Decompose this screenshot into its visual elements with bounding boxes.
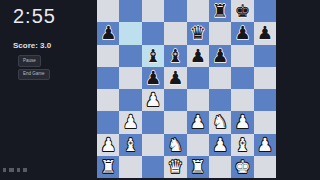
- square-c8[interactable]: [142, 0, 164, 22]
- timer-display: 2:55: [13, 5, 56, 28]
- piece-white-pawn: ♟: [187, 111, 209, 133]
- square-g3[interactable]: ♟: [231, 111, 253, 133]
- end-game-button[interactable]: End Game: [18, 69, 50, 81]
- piece-black-pawn: ♟: [97, 22, 119, 44]
- square-c5[interactable]: ♟: [142, 67, 164, 89]
- square-d6[interactable]: ♝: [164, 45, 186, 67]
- square-g7[interactable]: ♟: [231, 22, 253, 44]
- square-c4[interactable]: ♟: [142, 89, 164, 111]
- square-d2[interactable]: ♞: [164, 134, 186, 156]
- piece-white-pawn: ♟: [97, 134, 119, 156]
- square-g8[interactable]: ♚: [231, 0, 253, 22]
- square-b6[interactable]: [119, 45, 141, 67]
- pause-icon[interactable]: [9, 168, 14, 172]
- square-f4[interactable]: [209, 89, 231, 111]
- square-f6[interactable]: ♟: [209, 45, 231, 67]
- piece-white-pawn: ♟: [231, 111, 253, 133]
- square-e7[interactable]: ♛: [187, 22, 209, 44]
- square-b7[interactable]: [119, 22, 141, 44]
- square-a8[interactable]: [97, 0, 119, 22]
- square-b1[interactable]: [119, 156, 141, 178]
- piece-white-knight: ♞: [164, 134, 186, 156]
- square-c2[interactable]: [142, 134, 164, 156]
- piece-white-bishop: ♝: [231, 134, 253, 156]
- button-column: Pause End Game: [18, 55, 50, 80]
- piece-black-queen: ♛: [187, 22, 209, 44]
- piece-black-bishop: ♝: [164, 45, 186, 67]
- square-a7[interactable]: ♟: [97, 22, 119, 44]
- square-f5[interactable]: [209, 67, 231, 89]
- square-f1[interactable]: [209, 156, 231, 178]
- square-g5[interactable]: [231, 67, 253, 89]
- square-f2[interactable]: ♟: [209, 134, 231, 156]
- square-g6[interactable]: [231, 45, 253, 67]
- square-e5[interactable]: [187, 67, 209, 89]
- square-a5[interactable]: [97, 67, 119, 89]
- piece-white-pawn: ♟: [119, 111, 141, 133]
- square-e2[interactable]: [187, 134, 209, 156]
- square-d4[interactable]: [164, 89, 186, 111]
- piece-white-rook: ♜: [187, 156, 209, 178]
- square-b3[interactable]: ♟: [119, 111, 141, 133]
- square-b5[interactable]: [119, 67, 141, 89]
- square-c1[interactable]: [142, 156, 164, 178]
- piece-white-bishop: ♝: [119, 134, 141, 156]
- piece-black-pawn: ♟: [164, 67, 186, 89]
- square-f8[interactable]: ♜: [209, 0, 231, 22]
- piece-black-king: ♚: [231, 0, 253, 22]
- square-e1[interactable]: ♜: [187, 156, 209, 178]
- square-b8[interactable]: [119, 0, 141, 22]
- square-e8[interactable]: [187, 0, 209, 22]
- square-c3[interactable]: [142, 111, 164, 133]
- piece-black-rook: ♜: [209, 0, 231, 22]
- square-d3[interactable]: [164, 111, 186, 133]
- square-c7[interactable]: [142, 22, 164, 44]
- piece-white-pawn: ♟: [254, 134, 276, 156]
- square-g4[interactable]: [231, 89, 253, 111]
- square-h6[interactable]: [254, 45, 276, 67]
- square-a1[interactable]: ♜: [97, 156, 119, 178]
- square-h4[interactable]: [254, 89, 276, 111]
- square-h5[interactable]: [254, 67, 276, 89]
- square-g1[interactable]: ♚: [231, 156, 253, 178]
- score-label: Score: 3.0: [13, 41, 51, 50]
- square-f3[interactable]: ♞: [209, 111, 231, 133]
- square-b4[interactable]: [119, 89, 141, 111]
- square-h2[interactable]: ♟: [254, 134, 276, 156]
- square-a3[interactable]: [97, 111, 119, 133]
- piece-white-pawn: ♟: [142, 89, 164, 111]
- piece-white-king: ♚: [231, 156, 253, 178]
- piece-black-pawn: ♟: [209, 45, 231, 67]
- piece-white-rook: ♜: [97, 156, 119, 178]
- square-d8[interactable]: [164, 0, 186, 22]
- square-a4[interactable]: [97, 89, 119, 111]
- square-h7[interactable]: ♟: [254, 22, 276, 44]
- square-e4[interactable]: [187, 89, 209, 111]
- square-d5[interactable]: ♟: [164, 67, 186, 89]
- square-e6[interactable]: ♟: [187, 45, 209, 67]
- piece-white-pawn: ♟: [209, 134, 231, 156]
- square-h8[interactable]: [254, 0, 276, 22]
- piece-black-pawn: ♟: [142, 67, 164, 89]
- taskbar: [3, 168, 27, 172]
- pause-button[interactable]: Pause: [18, 55, 41, 67]
- piece-black-bishop: ♝: [142, 45, 164, 67]
- back-icon[interactable]: [3, 168, 6, 172]
- chess-board: ♜♚♟♛♟♟♝♝♟♟♟♟♟♟♟♞♟♟♝♞♟♝♟♜♛♜♚: [97, 0, 276, 178]
- play-icon[interactable]: [17, 168, 20, 172]
- square-a2[interactable]: ♟: [97, 134, 119, 156]
- square-d7[interactable]: [164, 22, 186, 44]
- square-g2[interactable]: ♝: [231, 134, 253, 156]
- square-e3[interactable]: ♟: [187, 111, 209, 133]
- square-h1[interactable]: [254, 156, 276, 178]
- piece-white-queen: ♛: [164, 156, 186, 178]
- piece-black-pawn: ♟: [254, 22, 276, 44]
- piece-white-knight: ♞: [209, 111, 231, 133]
- stop-icon[interactable]: [23, 168, 27, 172]
- square-b2[interactable]: ♝: [119, 134, 141, 156]
- square-f7[interactable]: [209, 22, 231, 44]
- square-c6[interactable]: ♝: [142, 45, 164, 67]
- piece-black-pawn: ♟: [231, 22, 253, 44]
- square-d1[interactable]: ♛: [164, 156, 186, 178]
- square-h3[interactable]: [254, 111, 276, 133]
- square-a6[interactable]: [97, 45, 119, 67]
- piece-black-pawn: ♟: [187, 45, 209, 67]
